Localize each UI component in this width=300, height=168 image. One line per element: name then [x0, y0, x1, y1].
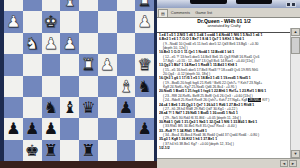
board-square[interactable]: ♜: [42, 140, 61, 161]
current-move-highlight[interactable]: 28.Nf6+: [248, 98, 261, 102]
board-square[interactable]: [4, 33, 23, 54]
board-clip: ♝♜♟♚♟♞♟♟♜♟♛♝♞♞♝♛♟♟♟♟♟♚♜♜: [4, 0, 154, 161]
console-window: ▤ Comments Game list Dr.Queen - WHh 01 1…: [157, 0, 300, 168]
game-header: Dr.Queen - WHh 01 1/2 annotated by Craft…: [157, 18, 291, 33]
tab-notation[interactable]: ▤: [158, 9, 168, 17]
board-square[interactable]: [4, 0, 23, 11]
board-square[interactable]: [60, 140, 79, 161]
board-square[interactable]: [98, 97, 117, 118]
board-square[interactable]: [4, 97, 23, 118]
scroll-left-icon[interactable]: ◄: [280, 160, 288, 167]
board-square[interactable]: ♟: [117, 97, 136, 118]
white-piece[interactable]: ♝: [117, 76, 136, 97]
board-square[interactable]: [98, 140, 117, 161]
board-square[interactable]: [98, 0, 117, 11]
board-square[interactable]: [23, 54, 42, 75]
board-square[interactable]: [135, 97, 154, 118]
black-piece[interactable]: ♜: [42, 140, 61, 161]
board-square[interactable]: [79, 33, 98, 54]
black-piece[interactable]: ♟: [135, 118, 154, 139]
board-square[interactable]: [79, 11, 98, 32]
scroll-right-icon[interactable]: ►: [289, 160, 297, 167]
board-square[interactable]: ♜: [79, 140, 98, 161]
board-square[interactable]: [4, 54, 23, 75]
board-square[interactable]: [79, 0, 98, 11]
board-square[interactable]: ♜: [79, 54, 98, 75]
board-square[interactable]: [98, 76, 117, 97]
board-square[interactable]: ♛: [135, 54, 154, 75]
board-square[interactable]: [60, 76, 79, 97]
board-square[interactable]: [4, 76, 23, 97]
black-piece[interactable]: ♝: [60, 97, 79, 118]
board-square[interactable]: [79, 76, 98, 97]
title-strip: [157, 0, 300, 8]
white-piece[interactable]: ♟: [60, 33, 79, 54]
board-square[interactable]: ♟: [4, 118, 23, 139]
board-square[interactable]: ♝: [60, 0, 79, 11]
title-slot: [190, 0, 227, 4]
board-square[interactable]: [60, 54, 79, 75]
black-piece[interactable]: ♟: [117, 97, 136, 118]
board-square[interactable]: [117, 33, 136, 54]
tab-comments[interactable]: Comments: [169, 9, 192, 16]
board-square[interactable]: ♝: [60, 97, 79, 118]
board-square[interactable]: ♟: [23, 118, 42, 139]
white-piece[interactable]: ♜: [135, 0, 154, 11]
black-piece[interactable]: ♟: [42, 118, 61, 139]
main-move-line[interactable]: 1/2-1/2: [159, 146, 290, 150]
board-square[interactable]: [4, 140, 23, 161]
title-slot: [236, 0, 272, 4]
white-piece[interactable]: ♟: [135, 11, 154, 32]
board-square[interactable]: [42, 0, 61, 11]
board-square[interactable]: [23, 0, 42, 11]
scroll-up-icon[interactable]: ▲: [291, 28, 300, 36]
white-piece[interactable]: ♚: [42, 11, 61, 32]
white-piece[interactable]: ♝: [60, 0, 79, 11]
white-piece[interactable]: ♜: [79, 54, 98, 75]
close-button[interactable]: [291, 2, 296, 7]
board-square[interactable]: [79, 118, 98, 139]
board-square[interactable]: [117, 140, 136, 161]
board-square[interactable]: ♜: [135, 0, 154, 11]
black-piece[interactable]: ♟: [23, 118, 42, 139]
board-square[interactable]: [135, 140, 154, 161]
board-square[interactable]: ♞: [135, 76, 154, 97]
board-square[interactable]: [117, 0, 136, 11]
black-piece[interactable]: ♛: [79, 97, 98, 118]
board-window-bottom-edge: [0, 161, 157, 168]
board-square[interactable]: [117, 118, 136, 139]
board-square[interactable]: ♞: [42, 97, 61, 118]
chess-board[interactable]: ♝♜♟♚♟♞♟♟♜♟♛♝♞♞♝♛♟♟♟♟♟♚♜♜: [4, 0, 154, 161]
board-square[interactable]: ♞: [23, 33, 42, 54]
board-square[interactable]: [135, 33, 154, 54]
board-square[interactable]: ♟: [42, 33, 61, 54]
black-piece[interactable]: ♜: [79, 140, 98, 161]
board-square[interactable]: [117, 54, 136, 75]
board-square[interactable]: [23, 97, 42, 118]
board-square[interactable]: ♟: [98, 54, 117, 75]
board-square[interactable]: ♟: [60, 33, 79, 54]
board-square[interactable]: ♝: [117, 76, 136, 97]
board-square[interactable]: ♟: [4, 11, 23, 32]
board-square[interactable]: [98, 33, 117, 54]
board-square[interactable]: [23, 76, 42, 97]
black-piece[interactable]: ♚: [23, 140, 42, 161]
white-piece[interactable]: ♛: [135, 54, 154, 75]
horizontal-scrollbar[interactable]: ◄ ►: [157, 158, 300, 168]
board-square[interactable]: ♟: [135, 11, 154, 32]
scroll-thumb[interactable]: [291, 37, 300, 54]
board-square[interactable]: [117, 11, 136, 32]
board-square[interactable]: ♟: [135, 118, 154, 139]
vertical-scrollbar[interactable]: ▲ ▼: [290, 28, 300, 158]
white-piece[interactable]: ♟: [98, 54, 117, 75]
board-square[interactable]: [98, 118, 117, 139]
board-window: ♝♜♟♚♟♞♟♟♜♟♛♝♞♞♝♛♟♟♟♟♟♚♜♜: [0, 0, 157, 168]
board-square[interactable]: [42, 76, 61, 97]
event-line: annotated by Crafty: [157, 24, 291, 29]
scroll-down-icon[interactable]: ▼: [291, 150, 300, 158]
board-square[interactable]: [42, 54, 61, 75]
board-square[interactable]: ♟: [42, 118, 61, 139]
white-piece[interactable]: ♟: [4, 11, 23, 32]
board-square[interactable]: ♚: [42, 11, 61, 32]
board-square[interactable]: ♚: [23, 140, 42, 161]
black-piece[interactable]: ♞: [135, 76, 154, 97]
black-piece[interactable]: ♟: [4, 118, 23, 139]
board-square[interactable]: [98, 11, 117, 32]
board-square[interactable]: ♛: [79, 97, 98, 118]
black-piece[interactable]: ♞: [42, 97, 61, 118]
analysis-pane[interactable]: 1.e4 1 c5 1 2.Nf3 1 d6 1 3.d4 1 cxd4 1 4…: [159, 33, 290, 158]
white-piece[interactable]: ♞: [23, 33, 42, 54]
board-square[interactable]: [60, 11, 79, 32]
board-square[interactable]: [60, 118, 79, 139]
board-square[interactable]: [23, 11, 42, 32]
tab-game-list[interactable]: Game list: [193, 9, 214, 16]
tab-bar: ▤ Comments Game list: [157, 8, 300, 18]
white-piece[interactable]: ♟: [42, 33, 61, 54]
